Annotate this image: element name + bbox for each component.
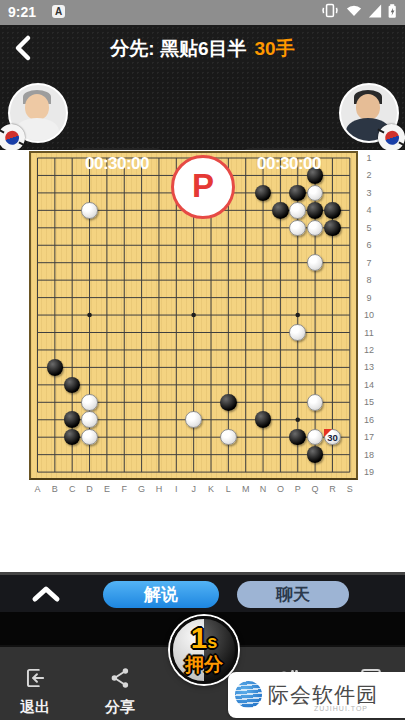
coord-letter: D xyxy=(85,484,95,494)
coord-letter: J xyxy=(189,484,199,494)
bet-countdown: 1s xyxy=(191,625,218,655)
stone-white-move-30: 30 xyxy=(324,429,341,446)
coord-letter: G xyxy=(137,484,147,494)
coord-letter: S xyxy=(345,484,355,494)
coord-number: 17 xyxy=(361,432,377,442)
coord-number: 19 xyxy=(361,467,377,477)
exit-button[interactable]: 退出 xyxy=(0,665,70,717)
exit-door-icon xyxy=(22,665,48,691)
share-button[interactable]: 分享 xyxy=(85,665,155,717)
coord-letter: N xyxy=(258,484,268,494)
tab-chat[interactable]: 聊天 xyxy=(237,581,349,608)
page-title: 分先: 黑贴6目半30手 xyxy=(0,36,405,62)
coord-number: 3 xyxy=(361,188,377,198)
last-move-flag-icon xyxy=(324,429,332,437)
tab-bar: 解说 聊天 xyxy=(0,572,405,612)
coord-number: 12 xyxy=(361,345,377,355)
stone-black xyxy=(47,359,64,376)
bet-timer-button[interactable]: 1s 押分 xyxy=(170,616,238,684)
stone-white xyxy=(289,220,306,237)
stone-black xyxy=(220,394,237,411)
vibrate-icon xyxy=(318,0,342,25)
coord-number: 4 xyxy=(361,205,377,215)
coord-number: 18 xyxy=(361,450,377,460)
coord-letter: B xyxy=(50,484,60,494)
coord-number: 13 xyxy=(361,362,377,372)
collapse-panel-button[interactable] xyxy=(28,583,64,609)
pass-indicator[interactable]: P xyxy=(171,155,235,219)
stone-white xyxy=(307,394,324,411)
coord-number: 11 xyxy=(361,328,377,338)
coord-number: 14 xyxy=(361,380,377,390)
coord-letter: P xyxy=(293,484,303,494)
coord-letter: A xyxy=(33,484,43,494)
coord-letter: R xyxy=(327,484,337,494)
signal-icon xyxy=(366,2,383,24)
coord-number: 15 xyxy=(361,397,377,407)
stone-white xyxy=(81,411,98,428)
stone-white xyxy=(289,324,306,341)
coord-letter: L xyxy=(223,484,233,494)
coord-number: 1 xyxy=(361,153,377,163)
status-time: 9:21 xyxy=(8,4,36,20)
battery-icon xyxy=(385,1,401,25)
stone-white xyxy=(81,394,98,411)
coord-number: 2 xyxy=(361,170,377,180)
stone-black xyxy=(272,202,289,219)
coord-letter: I xyxy=(171,484,181,494)
stone-white xyxy=(289,202,306,219)
status-bar: 9:21 A xyxy=(0,0,405,25)
coord-number: 9 xyxy=(361,293,377,303)
watermark-domain: ZUJIHUI.TOP xyxy=(314,705,368,712)
stone-black xyxy=(289,185,306,202)
move-count-badge: 30手 xyxy=(255,38,295,59)
move-nav xyxy=(0,505,405,572)
site-watermark: 际会软件园 ZUJIHUI.TOP xyxy=(228,672,405,718)
stone-black xyxy=(307,202,324,219)
coord-letter: C xyxy=(67,484,77,494)
stone-black xyxy=(324,220,341,237)
tab-commentary[interactable]: 解说 xyxy=(103,581,219,608)
place-bet-label: 押分 xyxy=(185,655,223,675)
coord-number: 16 xyxy=(361,415,377,425)
app-badge-icon: A xyxy=(52,5,65,18)
coord-letter: O xyxy=(275,484,285,494)
stone-white xyxy=(185,411,202,428)
title-bar: 分先: 黑贴6目半30手 xyxy=(0,25,405,70)
coord-letter: H xyxy=(154,484,164,494)
stone-black xyxy=(324,202,341,219)
coord-number: 5 xyxy=(361,223,377,233)
coord-letter: M xyxy=(241,484,251,494)
globe-logo-icon xyxy=(235,681,262,708)
share-nodes-icon xyxy=(107,665,133,691)
wifi-icon xyxy=(344,2,364,24)
stone-white xyxy=(220,429,237,446)
coord-letter: F xyxy=(119,484,129,494)
coord-number: 8 xyxy=(361,275,377,285)
coord-letter: E xyxy=(102,484,112,494)
app-screen: 9:21 A xyxy=(0,0,405,720)
coord-letter: K xyxy=(206,484,216,494)
stone-white xyxy=(81,202,98,219)
players-panel: 00:30:00 刘昌赫P9段 P 00:30:00 姜勋P9段 xyxy=(0,70,405,150)
game-rule-title: 分先: 黑贴6目半 xyxy=(110,38,246,59)
coord-number: 6 xyxy=(361,240,377,250)
coord-number: 7 xyxy=(361,258,377,268)
coord-number: 10 xyxy=(361,310,377,320)
coord-letter: Q xyxy=(310,484,320,494)
